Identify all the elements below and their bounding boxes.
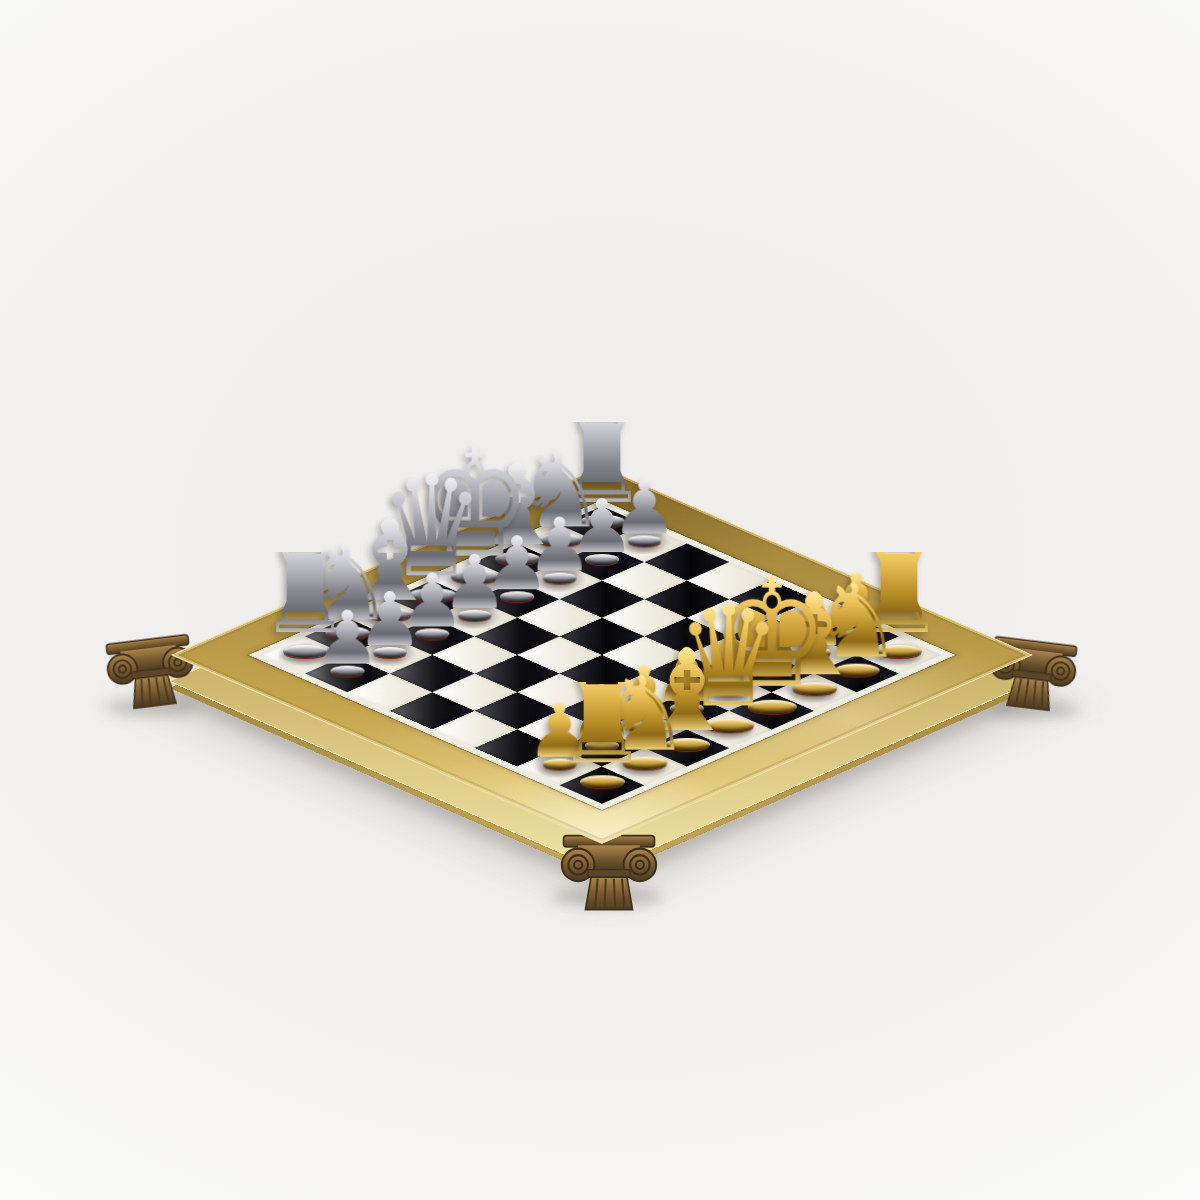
product-photo-scene: ♜♞♝♛♚♝♞♜♟♟♟♟♟♟♟♟♟♟♟♟♟♟♟♟♜♞♝♛♚♝♞♜: [0, 0, 1200, 1200]
black-pawn-icon: ♟: [314, 601, 380, 675]
bronze-foot-near: [560, 834, 658, 912]
white-rook-icon: ♜: [556, 646, 647, 784]
bronze-foot-left: [103, 632, 199, 714]
chess-board: ♜♞♝♛♚♝♞♜♟♟♟♟♟♟♟♟♟♟♟♟♟♟♟♟♜♞♝♛♚♝♞♜: [171, 466, 1034, 844]
pawn-figure: ♟: [277, 601, 417, 677]
ionic-capital-icon: [103, 632, 199, 714]
rook-figure: ♜: [532, 682, 672, 788]
ionic-capital-icon: [560, 834, 658, 912]
